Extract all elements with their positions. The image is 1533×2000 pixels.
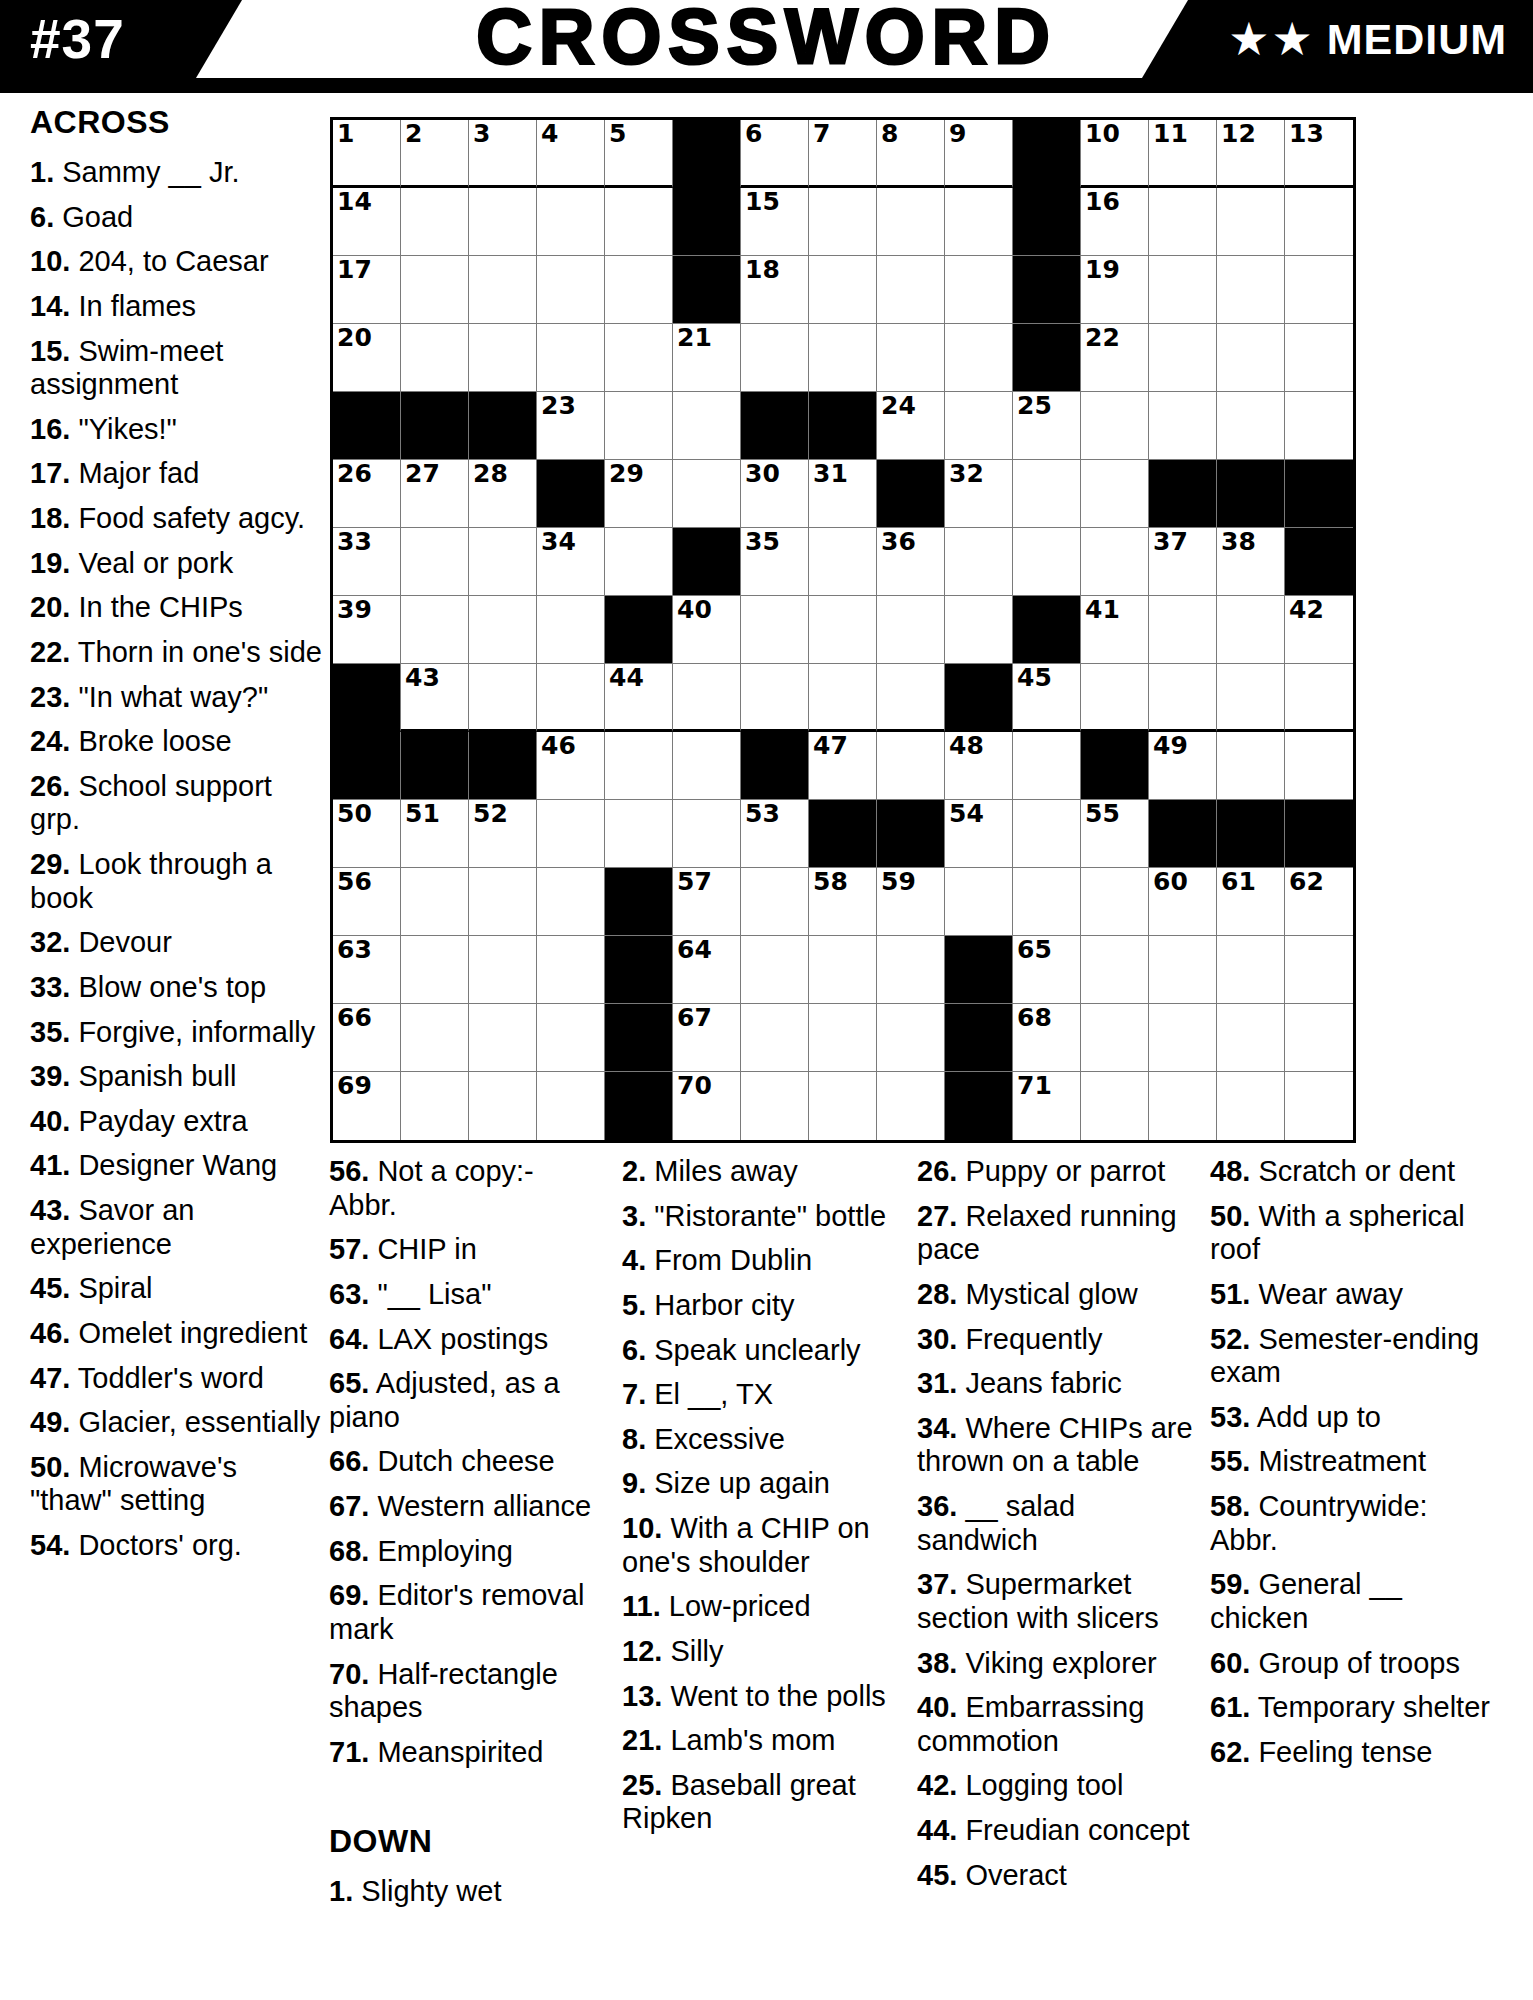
black-cell-r6-c4 xyxy=(537,460,605,528)
grid-cell-r13-c13[interactable] xyxy=(1149,936,1217,1004)
grid-cell-r8-c9[interactable] xyxy=(877,596,945,664)
grid-cell-r15-c3[interactable] xyxy=(469,1072,537,1140)
bottom-clues-column-4: 48. Scratch or dent50. With a spherical … xyxy=(1210,1155,1501,1780)
black-cell-r5-c7 xyxy=(741,392,809,460)
clue-down-59: 59. General __ chicken xyxy=(1210,1568,1501,1635)
grid-cell-r15-c7[interactable] xyxy=(741,1072,809,1140)
clue-down-60: 60. Group of troops xyxy=(1210,1647,1501,1681)
black-cell-r15-c5 xyxy=(605,1072,673,1140)
grid-cell-r4-c7[interactable] xyxy=(741,324,809,392)
grid-cell-r12-c7[interactable] xyxy=(741,868,809,936)
grid-cell-r14-c9[interactable] xyxy=(877,1004,945,1072)
grid-cell-r8-c4[interactable] xyxy=(537,596,605,664)
grid-cell-r3-c2[interactable] xyxy=(401,256,469,324)
black-cell-r5-c1 xyxy=(333,392,401,460)
grid-cell-r9-c2[interactable]: 43 xyxy=(401,664,469,732)
grid-cell-r10-c9[interactable] xyxy=(877,732,945,800)
clue-across-14: 14. In flames xyxy=(30,290,322,324)
clue-across-66: 66. Dutch cheese xyxy=(329,1445,597,1479)
grid-cell-r7-c7[interactable]: 35 xyxy=(741,528,809,596)
grid-cell-r2-c13[interactable] xyxy=(1149,188,1217,256)
across-clues-column: ACROSS 1. Sammy __ Jr.6. Goad10. 204, to… xyxy=(30,104,322,1574)
grid-cell-r7-c12[interactable] xyxy=(1081,528,1149,596)
grid-cell-r2-c15[interactable] xyxy=(1285,188,1353,256)
grid-cell-r9-c4[interactable] xyxy=(537,664,605,732)
grid-cell-r12-c11[interactable] xyxy=(1013,868,1081,936)
cell-number: 18 xyxy=(745,256,780,285)
grid-cell-r4-c3[interactable] xyxy=(469,324,537,392)
clue-down-31: 31. Jeans fabric xyxy=(917,1367,1200,1401)
cell-number: 53 xyxy=(745,800,780,829)
black-cell-r5-c3 xyxy=(469,392,537,460)
clue-down-11: 11. Low-priced xyxy=(622,1590,909,1624)
grid-cell-r11-c6[interactable] xyxy=(673,800,741,868)
grid-cell-r13-c15[interactable] xyxy=(1285,936,1353,1004)
cell-number: 7 xyxy=(813,120,830,149)
grid-cell-r10-c5[interactable] xyxy=(605,732,673,800)
black-cell-r4-c11 xyxy=(1013,324,1081,392)
grid-cell-r11-c2[interactable]: 51 xyxy=(401,800,469,868)
grid-cell-r9-c15[interactable] xyxy=(1285,664,1353,732)
grid-cell-r3-c5[interactable] xyxy=(605,256,673,324)
clue-down-21: 21. Lamb's mom xyxy=(622,1724,909,1758)
grid-cell-r1-c14[interactable]: 12 xyxy=(1217,120,1285,188)
grid-cell-r7-c10[interactable] xyxy=(945,528,1013,596)
grid-cell-r5-c9[interactable]: 24 xyxy=(877,392,945,460)
grid-cell-r1-c1[interactable]: 1 xyxy=(333,120,401,188)
grid-cell-r13-c3[interactable] xyxy=(469,936,537,1004)
clue-down-2: 2. Miles away xyxy=(622,1155,909,1189)
grid-cell-r1-c2[interactable]: 2 xyxy=(401,120,469,188)
cell-number: 68 xyxy=(1017,1004,1052,1033)
grid-cell-r12-c12[interactable] xyxy=(1081,868,1149,936)
clue-down-51: 51. Wear away xyxy=(1210,1278,1501,1312)
grid-cell-r14-c13[interactable] xyxy=(1149,1004,1217,1072)
grid-cell-r13-c14[interactable] xyxy=(1217,936,1285,1004)
grid-cell-r14-c4[interactable] xyxy=(537,1004,605,1072)
grid-cell-r14-c7[interactable] xyxy=(741,1004,809,1072)
grid-cell-r1-c9[interactable]: 8 xyxy=(877,120,945,188)
grid-cell-r15-c9[interactable] xyxy=(877,1072,945,1140)
grid-cell-r4-c2[interactable] xyxy=(401,324,469,392)
cell-number: 48 xyxy=(949,732,984,761)
cell-number: 66 xyxy=(337,1004,372,1033)
grid-cell-r4-c1[interactable]: 20 xyxy=(333,324,401,392)
grid-cell-r15-c11[interactable]: 71 xyxy=(1013,1072,1081,1140)
grid-cell-r9-c14[interactable] xyxy=(1217,664,1285,732)
black-cell-r10-c2 xyxy=(401,732,469,800)
grid-cell-r7-c13[interactable]: 37 xyxy=(1149,528,1217,596)
grid-cell-r6-c3[interactable]: 28 xyxy=(469,460,537,528)
grid-cell-r6-c10[interactable]: 32 xyxy=(945,460,1013,528)
cell-number: 27 xyxy=(405,460,440,489)
grid-cell-r15-c12[interactable] xyxy=(1081,1072,1149,1140)
cell-number: 41 xyxy=(1085,596,1120,625)
grid-cell-r4-c14[interactable] xyxy=(1217,324,1285,392)
cell-number: 60 xyxy=(1153,868,1188,897)
clue-across-64: 64. LAX postings xyxy=(329,1323,597,1357)
cell-number: 39 xyxy=(337,596,372,625)
cell-number: 29 xyxy=(609,460,644,489)
grid-cell-r1-c15[interactable]: 13 xyxy=(1285,120,1353,188)
grid-cell-r6-c2[interactable]: 27 xyxy=(401,460,469,528)
clue-across-20: 20. In the CHIPs xyxy=(30,591,322,625)
grid-cell-r14-c12[interactable] xyxy=(1081,1004,1149,1072)
grid-cell-r7-c2[interactable] xyxy=(401,528,469,596)
grid-cell-r7-c14[interactable]: 38 xyxy=(1217,528,1285,596)
grid-cell-r2-c10[interactable] xyxy=(945,188,1013,256)
grid-cell-r9-c13[interactable] xyxy=(1149,664,1217,732)
grid-cell-r8-c3[interactable] xyxy=(469,596,537,664)
clue-across-16: 16. "Yikes!" xyxy=(30,413,322,447)
grid-cell-r4-c8[interactable] xyxy=(809,324,877,392)
grid-cell-r5-c13[interactable] xyxy=(1149,392,1217,460)
grid-cell-r2-c3[interactable] xyxy=(469,188,537,256)
grid-cell-r1-c12[interactable]: 10 xyxy=(1081,120,1149,188)
grid-cell-r7-c3[interactable] xyxy=(469,528,537,596)
cell-number: 17 xyxy=(337,256,372,285)
cell-number: 20 xyxy=(337,324,372,353)
grid-cell-r4-c15[interactable] xyxy=(1285,324,1353,392)
grid-cell-r3-c4[interactable] xyxy=(537,256,605,324)
grid-cell-r12-c9[interactable]: 59 xyxy=(877,868,945,936)
grid-cell-r14-c15[interactable] xyxy=(1285,1004,1353,1072)
clue-across-10: 10. 204, to Caesar xyxy=(30,245,322,279)
clue-down-40: 40. Embarrassing commotion xyxy=(917,1691,1200,1758)
grid-cell-r15-c2[interactable] xyxy=(401,1072,469,1140)
grid-cell-r10-c13[interactable]: 49 xyxy=(1149,732,1217,800)
grid-cell-r13-c4[interactable] xyxy=(537,936,605,1004)
grid-cell-r14-c1[interactable]: 66 xyxy=(333,1004,401,1072)
grid-cell-r3-c9[interactable] xyxy=(877,256,945,324)
grid-cell-r15-c4[interactable] xyxy=(537,1072,605,1140)
grid-cell-r15-c14[interactable] xyxy=(1217,1072,1285,1140)
grid-cell-r10-c6[interactable] xyxy=(673,732,741,800)
black-cell-r6-c14 xyxy=(1217,460,1285,528)
grid-cell-r2-c5[interactable] xyxy=(605,188,673,256)
grid-cell-r6-c1[interactable]: 26 xyxy=(333,460,401,528)
clue-across-24: 24. Broke loose xyxy=(30,725,322,759)
grid-cell-r4-c12[interactable]: 22 xyxy=(1081,324,1149,392)
clue-across-63: 63. "__ Lisa" xyxy=(329,1278,597,1312)
grid-cell-r13-c9[interactable] xyxy=(877,936,945,1004)
black-cell-r7-c6 xyxy=(673,528,741,596)
clue-down-25: 25. Baseball great Ripken xyxy=(622,1769,909,1836)
clue-across-47: 47. Toddler's word xyxy=(30,1362,322,1396)
grid-cell-r7-c5[interactable] xyxy=(605,528,673,596)
grid-cell-r6-c11[interactable] xyxy=(1013,460,1081,528)
clue-down-3: 3. "Ristorante" bottle xyxy=(622,1200,909,1234)
clue-across-22: 22. Thorn in one's side xyxy=(30,636,322,670)
grid-cell-r8-c13[interactable] xyxy=(1149,596,1217,664)
grid-cell-r11-c4[interactable] xyxy=(537,800,605,868)
grid-cell-r7-c4[interactable]: 34 xyxy=(537,528,605,596)
grid-cell-r11-c3[interactable]: 52 xyxy=(469,800,537,868)
grid-cell-r4-c10[interactable] xyxy=(945,324,1013,392)
grid-cell-r10-c10[interactable]: 48 xyxy=(945,732,1013,800)
grid-cell-r14-c2[interactable] xyxy=(401,1004,469,1072)
crossword-grid: 1234567891011121314151617181920212223242… xyxy=(330,117,1356,1143)
black-cell-r6-c13 xyxy=(1149,460,1217,528)
grid-cell-r1-c10[interactable]: 9 xyxy=(945,120,1013,188)
grid-cell-r11-c10[interactable]: 54 xyxy=(945,800,1013,868)
grid-cell-r4-c6[interactable]: 21 xyxy=(673,324,741,392)
grid-cell-r10-c11[interactable] xyxy=(1013,732,1081,800)
grid-cell-r15-c1[interactable]: 69 xyxy=(333,1072,401,1140)
clue-across-15: 15. Swim-meet assignment xyxy=(30,335,322,402)
grid-cell-r9-c12[interactable] xyxy=(1081,664,1149,732)
cell-number: 19 xyxy=(1085,256,1120,285)
clue-across-69: 69. Editor's removal mark xyxy=(329,1579,597,1646)
grid-cell-r2-c2[interactable] xyxy=(401,188,469,256)
grid-cell-r4-c4[interactable] xyxy=(537,324,605,392)
clue-across-1: 1. Sammy __ Jr. xyxy=(30,156,322,190)
grid-cell-r12-c1[interactable]: 56 xyxy=(333,868,401,936)
black-cell-r8-c11 xyxy=(1013,596,1081,664)
grid-cell-r13-c1[interactable]: 63 xyxy=(333,936,401,1004)
grid-cell-r1-c8[interactable]: 7 xyxy=(809,120,877,188)
grid-cell-r4-c5[interactable] xyxy=(605,324,673,392)
cell-number: 62 xyxy=(1289,868,1324,897)
down-clues-list-start: 1. Slighty wet xyxy=(329,1875,597,1909)
grid-cell-r9-c3[interactable] xyxy=(469,664,537,732)
cell-number: 1 xyxy=(337,120,354,149)
grid-cell-r11-c12[interactable]: 55 xyxy=(1081,800,1149,868)
clue-across-39: 39. Spanish bull xyxy=(30,1060,322,1094)
grid-cell-r7-c8[interactable] xyxy=(809,528,877,596)
grid-cell-r9-c9[interactable] xyxy=(877,664,945,732)
grid-cell-r1-c3[interactable]: 3 xyxy=(469,120,537,188)
grid-cell-r10-c8[interactable]: 47 xyxy=(809,732,877,800)
clue-down-61: 61. Temporary shelter xyxy=(1210,1691,1501,1725)
clue-across-41: 41. Designer Wang xyxy=(30,1149,322,1183)
black-cell-r3-c6 xyxy=(673,256,741,324)
grid-cell-r12-c15[interactable]: 62 xyxy=(1285,868,1353,936)
grid-cell-r1-c5[interactable]: 5 xyxy=(605,120,673,188)
grid-cell-r3-c12[interactable]: 19 xyxy=(1081,256,1149,324)
black-cell-r5-c8 xyxy=(809,392,877,460)
grid-cell-r2-c8[interactable] xyxy=(809,188,877,256)
grid-cell-r8-c7[interactable] xyxy=(741,596,809,664)
cell-number: 42 xyxy=(1289,596,1324,625)
grid-cell-r1-c4[interactable]: 4 xyxy=(537,120,605,188)
grid-cell-r8-c12[interactable]: 41 xyxy=(1081,596,1149,664)
grid-cell-r12-c14[interactable]: 61 xyxy=(1217,868,1285,936)
grid-cell-r2-c9[interactable] xyxy=(877,188,945,256)
black-cell-r8-c5 xyxy=(605,596,673,664)
cell-number: 16 xyxy=(1085,188,1120,217)
cell-number: 57 xyxy=(677,868,712,897)
clue-across-26: 26. School support grp. xyxy=(30,770,322,837)
grid-cell-r3-c8[interactable] xyxy=(809,256,877,324)
grid-cell-r12-c13[interactable]: 60 xyxy=(1149,868,1217,936)
grid-cell-r8-c6[interactable]: 40 xyxy=(673,596,741,664)
grid-cell-r12-c2[interactable] xyxy=(401,868,469,936)
grid-cell-r5-c12[interactable] xyxy=(1081,392,1149,460)
grid-cell-r13-c12[interactable] xyxy=(1081,936,1149,1004)
black-cell-r13-c5 xyxy=(605,936,673,1004)
grid-cell-r8-c14[interactable] xyxy=(1217,596,1285,664)
grid-cell-r9-c5[interactable]: 44 xyxy=(605,664,673,732)
grid-cell-r15-c13[interactable] xyxy=(1149,1072,1217,1140)
grid-cell-r13-c8[interactable] xyxy=(809,936,877,1004)
grid-cell-r9-c11[interactable]: 45 xyxy=(1013,664,1081,732)
grid-cell-r9-c7[interactable] xyxy=(741,664,809,732)
cell-number: 64 xyxy=(677,936,712,965)
clue-down-1: 1. Slighty wet xyxy=(329,1875,597,1909)
cell-number: 56 xyxy=(337,868,372,897)
grid-cell-r11-c5[interactable] xyxy=(605,800,673,868)
clue-across-46: 46. Omelet ingredient xyxy=(30,1317,322,1351)
grid-cell-r6-c6[interactable] xyxy=(673,460,741,528)
grid-cell-r12-c4[interactable] xyxy=(537,868,605,936)
clue-across-65: 65. Adjusted, as a piano xyxy=(329,1367,597,1434)
puzzle-number: #37 xyxy=(0,7,125,71)
grid-cell-r10-c14[interactable] xyxy=(1217,732,1285,800)
cell-number: 45 xyxy=(1017,664,1052,693)
grid-cell-r7-c1[interactable]: 33 xyxy=(333,528,401,596)
grid-cell-r14-c8[interactable] xyxy=(809,1004,877,1072)
grid-cell-r6-c8[interactable]: 31 xyxy=(809,460,877,528)
grid-cell-r1-c7[interactable]: 6 xyxy=(741,120,809,188)
clue-down-8: 8. Excessive xyxy=(622,1423,909,1457)
grid-cell-r5-c10[interactable] xyxy=(945,392,1013,460)
clue-across-23: 23. "In what way?" xyxy=(30,681,322,715)
clue-down-36: 36. __ salad sandwich xyxy=(917,1490,1200,1557)
clue-across-19: 19. Veal or pork xyxy=(30,547,322,581)
grid-cell-r2-c14[interactable] xyxy=(1217,188,1285,256)
grid-cell-r12-c6[interactable]: 57 xyxy=(673,868,741,936)
grid-cell-r7-c9[interactable]: 36 xyxy=(877,528,945,596)
grid-cell-r5-c11[interactable]: 25 xyxy=(1013,392,1081,460)
across-clues-list: 1. Sammy __ Jr.6. Goad10. 204, to Caesar… xyxy=(30,156,322,1563)
clue-across-67: 67. Western alliance xyxy=(329,1490,597,1524)
black-cell-r9-c10 xyxy=(945,664,1013,732)
grid-cell-r6-c12[interactable] xyxy=(1081,460,1149,528)
clue-across-68: 68. Employing xyxy=(329,1535,597,1569)
grid-cell-r9-c8[interactable] xyxy=(809,664,877,732)
grid-cell-r14-c3[interactable] xyxy=(469,1004,537,1072)
grid-cell-r5-c5[interactable] xyxy=(605,392,673,460)
black-cell-r1-c6 xyxy=(673,120,741,188)
cell-number: 10 xyxy=(1085,120,1120,149)
grid-cell-r8-c15[interactable]: 42 xyxy=(1285,596,1353,664)
clue-down-52: 52. Semester-ending exam xyxy=(1210,1323,1501,1390)
black-cell-r12-c5 xyxy=(605,868,673,936)
clue-across-56: 56. Not a copy:- Abbr. xyxy=(329,1155,597,1222)
grid-cell-r6-c7[interactable]: 30 xyxy=(741,460,809,528)
grid-cell-r14-c11[interactable]: 68 xyxy=(1013,1004,1081,1072)
cell-number: 69 xyxy=(337,1072,372,1101)
grid-cell-r1-c13[interactable]: 11 xyxy=(1149,120,1217,188)
clue-down-37: 37. Supermarket section with slicers xyxy=(917,1568,1200,1635)
clue-across-32: 32. Devour xyxy=(30,926,322,960)
cell-number: 13 xyxy=(1289,120,1324,149)
grid-cell-r12-c3[interactable] xyxy=(469,868,537,936)
grid-cell-r5-c6[interactable] xyxy=(673,392,741,460)
grid-cell-r4-c13[interactable] xyxy=(1149,324,1217,392)
grid-cell-r5-c15[interactable] xyxy=(1285,392,1353,460)
grid-cell-r7-c11[interactable] xyxy=(1013,528,1081,596)
clue-down-12: 12. Silly xyxy=(622,1635,909,1669)
cell-number: 37 xyxy=(1153,528,1188,557)
clue-down-30: 30. Frequently xyxy=(917,1323,1200,1357)
grid-cell-r3-c1[interactable]: 17 xyxy=(333,256,401,324)
grid-cell-r10-c15[interactable] xyxy=(1285,732,1353,800)
grid-cell-r3-c15[interactable] xyxy=(1285,256,1353,324)
grid-cell-r13-c7[interactable] xyxy=(741,936,809,1004)
clue-down-42: 42. Logging tool xyxy=(917,1769,1200,1803)
grid-cell-r3-c13[interactable] xyxy=(1149,256,1217,324)
grid-cell-r2-c12[interactable]: 16 xyxy=(1081,188,1149,256)
grid-cell-r15-c6[interactable]: 70 xyxy=(673,1072,741,1140)
grid-cell-r4-c9[interactable] xyxy=(877,324,945,392)
grid-cell-r6-c5[interactable]: 29 xyxy=(605,460,673,528)
grid-cell-r2-c1[interactable]: 14 xyxy=(333,188,401,256)
clue-across-35: 35. Forgive, informally xyxy=(30,1016,322,1050)
grid-cell-r14-c14[interactable] xyxy=(1217,1004,1285,1072)
grid-cell-r8-c10[interactable] xyxy=(945,596,1013,664)
clue-down-34: 34. Where CHIPs are thrown on a table xyxy=(917,1412,1200,1479)
cell-number: 6 xyxy=(745,120,762,149)
clue-across-40: 40. Payday extra xyxy=(30,1105,322,1139)
grid-cell-r11-c7[interactable]: 53 xyxy=(741,800,809,868)
grid-cell-r3-c14[interactable] xyxy=(1217,256,1285,324)
grid-cell-r3-c3[interactable] xyxy=(469,256,537,324)
grid-cell-r2-c7[interactable]: 15 xyxy=(741,188,809,256)
header-divider xyxy=(0,78,1533,93)
grid-cell-r8-c1[interactable]: 39 xyxy=(333,596,401,664)
grid-cell-r2-c4[interactable] xyxy=(537,188,605,256)
grid-cell-r11-c11[interactable] xyxy=(1013,800,1081,868)
black-cell-r14-c5 xyxy=(605,1004,673,1072)
grid-cell-r13-c2[interactable] xyxy=(401,936,469,1004)
grid-cell-r13-c6[interactable]: 64 xyxy=(673,936,741,1004)
grid-cell-r10-c4[interactable]: 46 xyxy=(537,732,605,800)
black-cell-r10-c1 xyxy=(333,732,401,800)
grid-cell-r12-c10[interactable] xyxy=(945,868,1013,936)
clue-across-33: 33. Blow one's top xyxy=(30,971,322,1005)
grid-cell-r5-c14[interactable] xyxy=(1217,392,1285,460)
cell-number: 15 xyxy=(745,188,780,217)
clue-across-29: 29. Look through a book xyxy=(30,848,322,915)
grid-cell-r9-c6[interactable] xyxy=(673,664,741,732)
grid-cell-r5-c4[interactable]: 23 xyxy=(537,392,605,460)
grid-cell-r8-c2[interactable] xyxy=(401,596,469,664)
grid-cell-r14-c6[interactable]: 67 xyxy=(673,1004,741,1072)
cell-number: 38 xyxy=(1221,528,1256,557)
grid-cell-r12-c8[interactable]: 58 xyxy=(809,868,877,936)
cell-number: 8 xyxy=(881,120,898,149)
grid-cell-r15-c15[interactable] xyxy=(1285,1072,1353,1140)
cell-number: 23 xyxy=(541,392,576,421)
grid-cell-r3-c7[interactable]: 18 xyxy=(741,256,809,324)
cell-number: 12 xyxy=(1221,120,1256,149)
cell-number: 49 xyxy=(1153,732,1188,761)
cell-number: 35 xyxy=(745,528,780,557)
cell-number: 59 xyxy=(881,868,916,897)
clue-down-55: 55. Mistreatment xyxy=(1210,1445,1501,1479)
grid-cell-r8-c8[interactable] xyxy=(809,596,877,664)
grid-cell-r3-c10[interactable] xyxy=(945,256,1013,324)
clue-across-50: 50. Microwave's "thaw" setting xyxy=(30,1451,322,1518)
grid-cell-r15-c8[interactable] xyxy=(809,1072,877,1140)
clue-down-9: 9. Size up again xyxy=(622,1467,909,1501)
black-cell-r11-c14 xyxy=(1217,800,1285,868)
grid-cell-r13-c11[interactable]: 65 xyxy=(1013,936,1081,1004)
grid-cell-r11-c1[interactable]: 50 xyxy=(333,800,401,868)
cell-number: 14 xyxy=(337,188,372,217)
